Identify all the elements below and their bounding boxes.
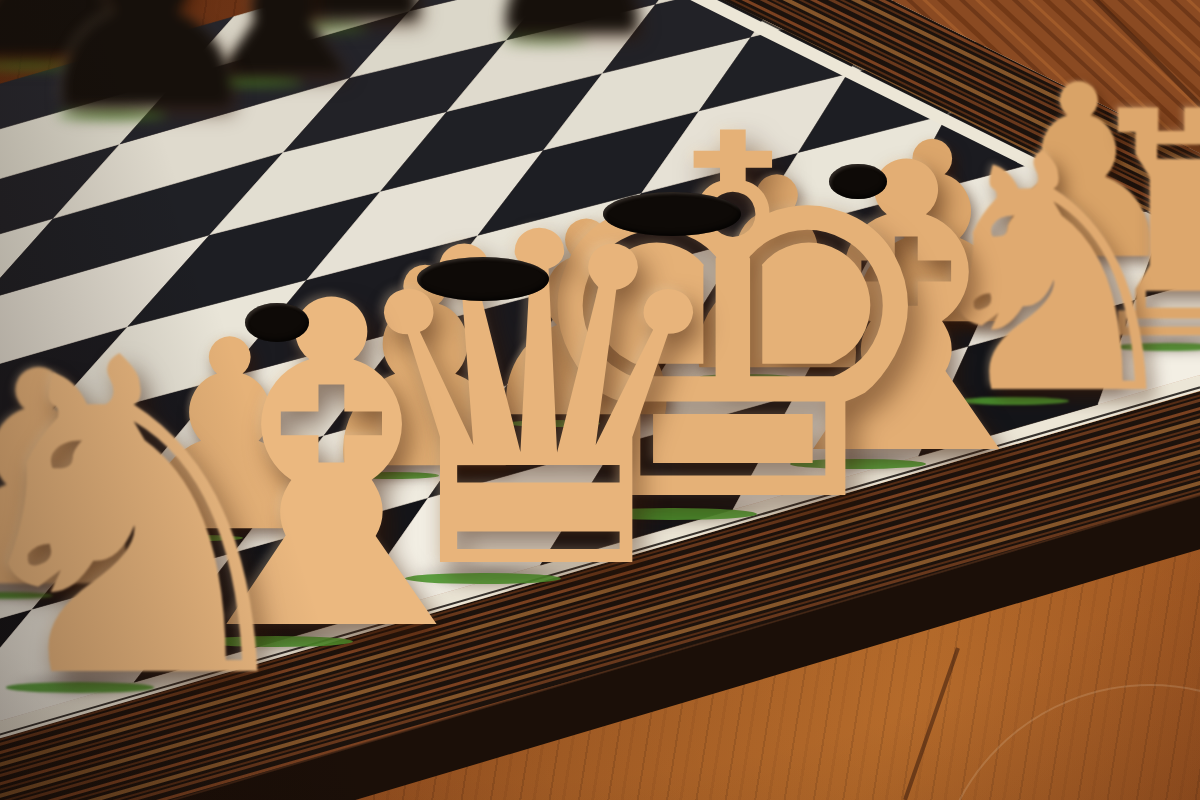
chess-photo-stage: chess ♟♟♟♝♟♟♟♜♟♞♟♝♟♚♟♛♟♝♞ <box>0 0 1200 800</box>
piece-white-knight-b1: ♞ <box>0 357 222 692</box>
black-pawn-glyph: ♟ <box>21 0 204 118</box>
background-piece-black-pawn: ♟ <box>21 0 204 118</box>
white-knight-glyph: ♞ <box>0 350 222 692</box>
pieces-layer: ♟♟♟♝♟♟♟♜♟♞♟♝♟♚♟♛♟♝♞ <box>0 0 1200 800</box>
